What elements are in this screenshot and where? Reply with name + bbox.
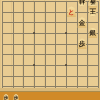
hand-piece-2[interactable]: 歩	[13, 94, 19, 100]
piece-lance-1a[interactable]: 香	[88, 0, 97, 6]
hand-piece-1[interactable]: 歩	[3, 94, 9, 100]
piece-gold-2c[interactable]: 金	[77, 17, 86, 28]
piece-knight-2a[interactable]: 桂	[77, 0, 86, 6]
piece-tokin-3b[interactable]: と	[67, 6, 76, 17]
piece-pawn-2e[interactable]: 歩	[77, 38, 86, 49]
piece-silver-1d[interactable]: 銀	[88, 28, 97, 39]
shogi-app-scene: 桂香と王金銀歩歩歩	[0, 0, 100, 100]
pieces-layer: 桂香と王金銀歩歩歩	[0, 0, 100, 100]
piece-king-1b[interactable]: 王	[88, 6, 97, 17]
